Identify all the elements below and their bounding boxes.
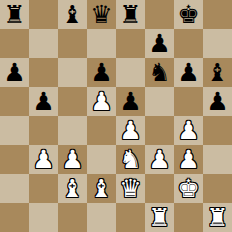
- square-b6[interactable]: [29, 58, 58, 87]
- square-c1[interactable]: [58, 203, 87, 232]
- square-c4[interactable]: [58, 116, 87, 145]
- square-f4[interactable]: [145, 116, 174, 145]
- square-d6[interactable]: ♟: [87, 58, 116, 87]
- piece-white-bishop[interactable]: ♝: [90, 174, 112, 203]
- piece-black-bishop[interactable]: ♝: [61, 0, 83, 29]
- piece-white-bishop[interactable]: ♝: [61, 174, 83, 203]
- piece-white-pawn[interactable]: ♟: [61, 145, 83, 174]
- piece-black-queen[interactable]: ♛: [90, 0, 112, 29]
- square-e3[interactable]: ♞: [116, 145, 145, 174]
- piece-black-pawn[interactable]: ♟: [177, 58, 199, 87]
- piece-white-pawn[interactable]: ♟: [90, 87, 112, 116]
- square-h8[interactable]: [203, 0, 232, 29]
- square-f2[interactable]: [145, 174, 174, 203]
- square-d8[interactable]: ♛: [87, 0, 116, 29]
- square-c3[interactable]: ♟: [58, 145, 87, 174]
- square-a2[interactable]: [0, 174, 29, 203]
- square-g4[interactable]: ♟: [174, 116, 203, 145]
- square-c7[interactable]: [58, 29, 87, 58]
- square-a4[interactable]: [0, 116, 29, 145]
- square-g1[interactable]: [174, 203, 203, 232]
- square-f5[interactable]: [145, 87, 174, 116]
- square-e4[interactable]: ♟: [116, 116, 145, 145]
- square-c5[interactable]: [58, 87, 87, 116]
- square-b5[interactable]: ♟: [29, 87, 58, 116]
- piece-black-bishop[interactable]: ♝: [206, 58, 228, 87]
- square-a8[interactable]: ♜: [0, 0, 29, 29]
- square-b7[interactable]: [29, 29, 58, 58]
- square-h3[interactable]: [203, 145, 232, 174]
- square-d3[interactable]: [87, 145, 116, 174]
- square-g2[interactable]: ♚: [174, 174, 203, 203]
- square-g8[interactable]: ♚: [174, 0, 203, 29]
- square-b2[interactable]: [29, 174, 58, 203]
- square-e1[interactable]: [116, 203, 145, 232]
- piece-black-pawn[interactable]: ♟: [148, 29, 170, 58]
- square-g5[interactable]: [174, 87, 203, 116]
- square-e7[interactable]: [116, 29, 145, 58]
- square-a5[interactable]: [0, 87, 29, 116]
- piece-white-king[interactable]: ♚: [177, 174, 199, 203]
- piece-white-pawn[interactable]: ♟: [32, 145, 54, 174]
- square-c6[interactable]: [58, 58, 87, 87]
- piece-black-pawn[interactable]: ♟: [206, 87, 228, 116]
- piece-white-pawn[interactable]: ♟: [177, 116, 199, 145]
- square-f3[interactable]: ♟: [145, 145, 174, 174]
- square-d4[interactable]: [87, 116, 116, 145]
- square-b8[interactable]: [29, 0, 58, 29]
- piece-black-knight[interactable]: ♞: [148, 58, 170, 87]
- square-f1[interactable]: ♜: [145, 203, 174, 232]
- piece-black-pawn[interactable]: ♟: [90, 58, 112, 87]
- square-d5[interactable]: ♟: [87, 87, 116, 116]
- square-h6[interactable]: ♝: [203, 58, 232, 87]
- piece-white-knight[interactable]: ♞: [119, 145, 141, 174]
- piece-black-pawn[interactable]: ♟: [32, 87, 54, 116]
- square-b3[interactable]: ♟: [29, 145, 58, 174]
- piece-black-pawn[interactable]: ♟: [3, 58, 25, 87]
- square-h2[interactable]: [203, 174, 232, 203]
- square-h7[interactable]: [203, 29, 232, 58]
- piece-white-pawn[interactable]: ♟: [148, 145, 170, 174]
- square-h4[interactable]: [203, 116, 232, 145]
- piece-white-rook[interactable]: ♜: [206, 203, 228, 232]
- square-e6[interactable]: [116, 58, 145, 87]
- square-c2[interactable]: ♝: [58, 174, 87, 203]
- square-g6[interactable]: ♟: [174, 58, 203, 87]
- square-b4[interactable]: [29, 116, 58, 145]
- square-e5[interactable]: ♟: [116, 87, 145, 116]
- piece-black-rook[interactable]: ♜: [3, 0, 25, 29]
- piece-white-pawn[interactable]: ♟: [177, 145, 199, 174]
- square-f8[interactable]: [145, 0, 174, 29]
- square-h1[interactable]: ♜: [203, 203, 232, 232]
- square-f7[interactable]: ♟: [145, 29, 174, 58]
- square-b1[interactable]: [29, 203, 58, 232]
- square-a6[interactable]: ♟: [0, 58, 29, 87]
- piece-white-pawn[interactable]: ♟: [119, 116, 141, 145]
- piece-black-pawn[interactable]: ♟: [119, 87, 141, 116]
- chess-board: ♜♝♛♜♚♟♟♟♞♟♝♟♟♟♟♟♟♟♟♞♟♟♝♝♛♚♜♜: [0, 0, 232, 232]
- square-g3[interactable]: ♟: [174, 145, 203, 174]
- square-d7[interactable]: [87, 29, 116, 58]
- square-d1[interactable]: [87, 203, 116, 232]
- square-a1[interactable]: [0, 203, 29, 232]
- square-d2[interactable]: ♝: [87, 174, 116, 203]
- square-f6[interactable]: ♞: [145, 58, 174, 87]
- piece-white-rook[interactable]: ♜: [148, 203, 170, 232]
- square-e8[interactable]: ♜: [116, 0, 145, 29]
- piece-white-queen[interactable]: ♛: [119, 174, 141, 203]
- square-g7[interactable]: [174, 29, 203, 58]
- square-c8[interactable]: ♝: [58, 0, 87, 29]
- piece-black-king[interactable]: ♚: [177, 0, 199, 29]
- piece-black-rook[interactable]: ♜: [119, 0, 141, 29]
- square-a7[interactable]: [0, 29, 29, 58]
- square-e2[interactable]: ♛: [116, 174, 145, 203]
- square-h5[interactable]: ♟: [203, 87, 232, 116]
- square-a3[interactable]: [0, 145, 29, 174]
